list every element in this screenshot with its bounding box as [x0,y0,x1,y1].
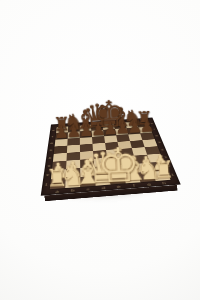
square-b7[interactable]: ♟ [68,132,80,139]
product-photo: ♜♞♝♛♚♝♞♜♟♟♟♟♟♟♟♟♟♟♟♟♟♟♟♟♜♞♝♛♚♝♞♜ abcdefg… [0,0,200,300]
square-a5[interactable] [54,146,67,154]
square-e1[interactable]: ♚ [109,174,125,185]
piece-white-king[interactable]: ♚ [96,140,141,189]
piece-white-rook[interactable]: ♜ [45,166,68,192]
chess-board-squares: ♜♞♝♛♚♝♞♜♟♟♟♟♟♟♟♟♟♟♟♟♟♟♟♟♜♞♝♛♚♝♞♜ [50,121,171,189]
rank-label-5: 5 [47,147,55,155]
board-frame: ♜♞♝♛♚♝♞♜♟♟♟♟♟♟♟♟♟♟♟♟♟♟♟♟♜♞♝♛♚♝♞♜ abcdefg… [41,118,181,196]
square-a1[interactable]: ♜ [50,178,66,189]
square-a7[interactable]: ♟ [55,132,68,139]
chess-board: ♜♞♝♛♚♝♞♜♟♟♟♟♟♟♟♟♟♟♟♟♟♟♟♟♜♞♝♛♚♝♞♜ abcdefg… [44,88,167,211]
